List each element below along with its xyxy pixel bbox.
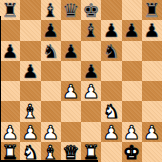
piece-white-knight: ♞ xyxy=(103,101,120,121)
square-c5[interactable] xyxy=(41,61,61,81)
square-b7[interactable] xyxy=(20,20,40,40)
square-h1[interactable] xyxy=(142,142,162,162)
square-c3[interactable] xyxy=(41,101,61,121)
square-f7[interactable]: ♟ xyxy=(101,20,121,40)
square-b4[interactable] xyxy=(20,81,40,101)
piece-white-pawn: ♟ xyxy=(22,122,39,142)
square-c6[interactable]: ♞ xyxy=(41,41,61,61)
square-f6[interactable]: ♞ xyxy=(101,41,121,61)
square-h7[interactable]: ♟ xyxy=(142,20,162,40)
square-d7[interactable] xyxy=(61,20,81,40)
square-f5[interactable] xyxy=(101,61,121,81)
square-f2[interactable]: ♟ xyxy=(101,122,121,142)
piece-black-queen: ♛ xyxy=(62,0,79,20)
square-e7[interactable]: ♝ xyxy=(81,20,101,40)
piece-black-pawn: ♟ xyxy=(2,41,19,61)
piece-white-bishop: ♝ xyxy=(22,101,39,121)
square-c7[interactable]: ♟ xyxy=(41,20,61,40)
square-g6[interactable] xyxy=(122,41,142,61)
piece-black-bishop: ♝ xyxy=(83,20,100,40)
square-g2[interactable]: ♟ xyxy=(122,122,142,142)
square-g4[interactable] xyxy=(122,81,142,101)
square-a5[interactable] xyxy=(0,61,20,81)
square-e2[interactable] xyxy=(81,122,101,142)
piece-white-king: ♚ xyxy=(123,142,140,162)
square-d4[interactable]: ♟ xyxy=(61,81,81,101)
square-b8[interactable] xyxy=(20,0,40,20)
square-b2[interactable]: ♟ xyxy=(20,122,40,142)
square-h2[interactable]: ♟ xyxy=(142,122,162,142)
square-g1[interactable]: ♚ xyxy=(122,142,142,162)
square-b3[interactable]: ♝ xyxy=(20,101,40,121)
square-a2[interactable]: ♟ xyxy=(0,122,20,142)
square-b5[interactable]: ♟ xyxy=(20,61,40,81)
chess-board: ♜♝♛♚♜♟♝♟♟♟♟♞♟♞♟♟♟♟♝♞♟♟♟♟♟♟♜♞♝♛♜♚ xyxy=(0,0,162,162)
square-d8[interactable]: ♛ xyxy=(61,0,81,20)
square-a4[interactable] xyxy=(0,81,20,101)
square-h3[interactable] xyxy=(142,101,162,121)
square-f3[interactable]: ♞ xyxy=(101,101,121,121)
square-e3[interactable] xyxy=(81,101,101,121)
piece-black-pawn: ♟ xyxy=(42,20,59,40)
square-f4[interactable] xyxy=(101,81,121,101)
piece-white-pawn: ♟ xyxy=(42,122,59,142)
square-a6[interactable]: ♟ xyxy=(0,41,20,61)
piece-white-pawn: ♟ xyxy=(62,81,79,101)
piece-black-pawn: ♟ xyxy=(143,20,160,40)
square-f8[interactable] xyxy=(101,0,121,20)
piece-black-knight: ♞ xyxy=(103,41,120,61)
square-a7[interactable] xyxy=(0,20,20,40)
piece-black-pawn: ♟ xyxy=(22,61,39,81)
square-h6[interactable] xyxy=(142,41,162,61)
square-c8[interactable]: ♝ xyxy=(41,0,61,20)
piece-white-queen: ♛ xyxy=(62,142,79,162)
square-d6[interactable]: ♟ xyxy=(61,41,81,61)
square-h8[interactable]: ♜ xyxy=(142,0,162,20)
square-c1[interactable]: ♝ xyxy=(41,142,61,162)
square-d5[interactable] xyxy=(61,61,81,81)
piece-white-bishop: ♝ xyxy=(42,142,59,162)
piece-white-rook: ♜ xyxy=(2,142,19,162)
piece-black-knight: ♞ xyxy=(42,41,59,61)
square-g8[interactable] xyxy=(122,0,142,20)
square-h4[interactable] xyxy=(142,81,162,101)
square-c4[interactable] xyxy=(41,81,61,101)
piece-white-pawn: ♟ xyxy=(143,122,160,142)
square-e4[interactable]: ♟ xyxy=(81,81,101,101)
piece-black-pawn: ♟ xyxy=(103,20,120,40)
piece-black-rook: ♜ xyxy=(143,0,160,20)
piece-white-knight: ♞ xyxy=(22,142,39,162)
square-b1[interactable]: ♞ xyxy=(20,142,40,162)
piece-black-pawn: ♟ xyxy=(62,41,79,61)
square-e1[interactable]: ♜ xyxy=(81,142,101,162)
square-e8[interactable]: ♚ xyxy=(81,0,101,20)
piece-white-pawn: ♟ xyxy=(83,81,100,101)
square-a1[interactable]: ♜ xyxy=(0,142,20,162)
square-e5[interactable]: ♟ xyxy=(81,61,101,81)
piece-black-rook: ♜ xyxy=(2,0,19,20)
square-d1[interactable]: ♛ xyxy=(61,142,81,162)
piece-white-pawn: ♟ xyxy=(123,122,140,142)
square-a8[interactable]: ♜ xyxy=(0,0,20,20)
piece-black-bishop: ♝ xyxy=(42,0,59,20)
square-f1[interactable] xyxy=(101,142,121,162)
piece-white-rook: ♜ xyxy=(83,142,100,162)
square-d3[interactable] xyxy=(61,101,81,121)
piece-black-king: ♚ xyxy=(83,0,100,20)
square-h5[interactable] xyxy=(142,61,162,81)
piece-white-pawn: ♟ xyxy=(103,122,120,142)
square-d2[interactable] xyxy=(61,122,81,142)
square-g3[interactable] xyxy=(122,101,142,121)
square-a3[interactable] xyxy=(0,101,20,121)
piece-black-pawn: ♟ xyxy=(83,61,100,81)
square-c2[interactable]: ♟ xyxy=(41,122,61,142)
square-g5[interactable] xyxy=(122,61,142,81)
square-e6[interactable] xyxy=(81,41,101,61)
square-g7[interactable]: ♟ xyxy=(122,20,142,40)
piece-black-pawn: ♟ xyxy=(123,20,140,40)
square-b6[interactable] xyxy=(20,41,40,61)
piece-white-pawn: ♟ xyxy=(2,122,19,142)
